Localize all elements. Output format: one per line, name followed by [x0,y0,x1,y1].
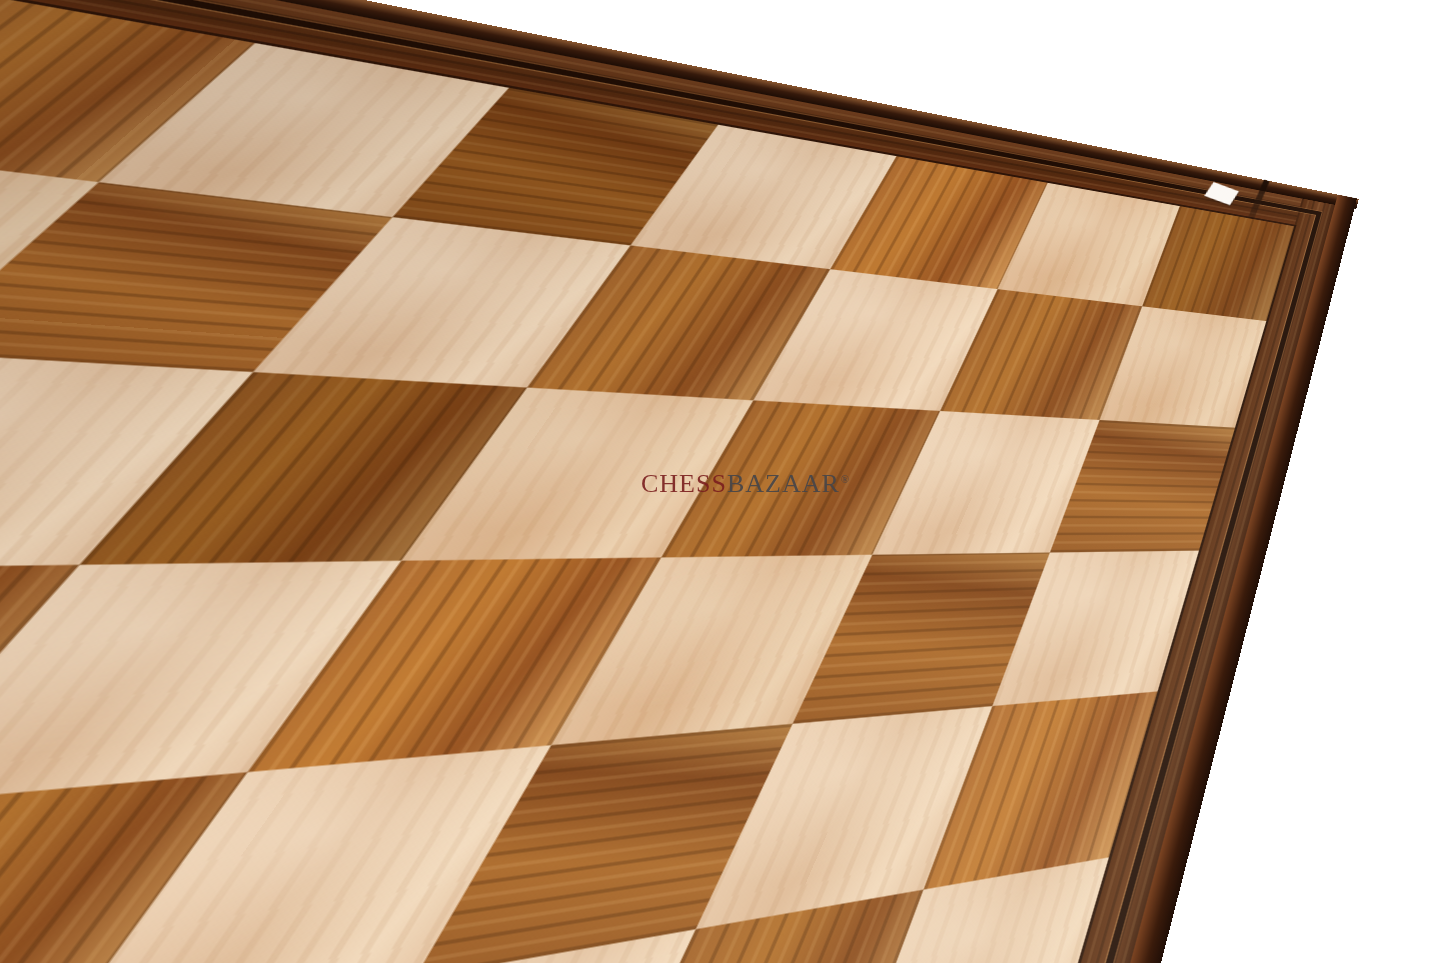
registered-trademark-icon: ® [841,473,850,485]
board-photo: CHESSBAZAAR® [0,0,1445,963]
watermark-bazaar: BAZAAR [727,469,840,498]
watermark-chess: CHESS [641,469,727,498]
watermark: CHESSBAZAAR® [641,464,850,499]
